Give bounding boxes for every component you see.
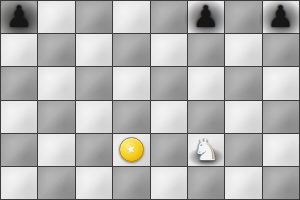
board-cell-r1c4[interactable] — [151, 34, 187, 66]
board-cell-r5c6[interactable] — [225, 167, 261, 199]
board-cell-r4c0[interactable] — [1, 134, 37, 166]
black-pawn: ♟ — [267, 2, 294, 32]
gold-coin-icon: ★ — [119, 137, 144, 162]
board-cell-r2c7[interactable] — [263, 67, 299, 99]
board-cell-r1c3[interactable] — [113, 34, 149, 66]
board-cell-r5c5[interactable] — [188, 167, 224, 199]
board-cell-r2c5[interactable] — [188, 67, 224, 99]
board-cell-r2c1[interactable] — [38, 67, 74, 99]
board-cell-r2c3[interactable] — [113, 67, 149, 99]
board-cell-r1c5[interactable] — [188, 34, 224, 66]
board-cell-r0c2[interactable] — [76, 1, 112, 33]
white-knight[interactable]: ♞ — [193, 135, 220, 165]
board-cell-r3c2[interactable] — [76, 101, 112, 133]
board-cell-r3c1[interactable] — [38, 101, 74, 133]
board-cell-r3c5[interactable] — [188, 101, 224, 133]
board-cell-r2c4[interactable] — [151, 67, 187, 99]
board-cell-r2c6[interactable] — [225, 67, 261, 99]
black-pawn: ♟ — [6, 2, 33, 32]
board-cell-r3c6[interactable] — [225, 101, 261, 133]
board-cell-r5c0[interactable] — [1, 167, 37, 199]
board-cell-r0c0[interactable]: ♟ — [1, 1, 37, 33]
board-cell-r4c6[interactable] — [225, 134, 261, 166]
board-cell-r4c1[interactable] — [38, 134, 74, 166]
black-pawn: ♟ — [193, 2, 220, 32]
board-cell-r1c6[interactable] — [225, 34, 261, 66]
board-cell-r0c5[interactable]: ♟ — [188, 1, 224, 33]
board-cell-r5c1[interactable] — [38, 167, 74, 199]
board-cell-r5c2[interactable] — [76, 167, 112, 199]
board-cell-r0c1[interactable] — [38, 1, 74, 33]
board-cell-r5c4[interactable] — [151, 167, 187, 199]
board-cell-r1c2[interactable] — [76, 34, 112, 66]
chess-board: ♟♟♟★♞ — [0, 0, 300, 200]
board-cell-r5c7[interactable] — [263, 167, 299, 199]
board-cell-r3c0[interactable] — [1, 101, 37, 133]
board-cell-r1c1[interactable] — [38, 34, 74, 66]
board-cell-r2c2[interactable] — [76, 67, 112, 99]
board-cell-r0c4[interactable] — [151, 1, 187, 33]
coin-star-icon: ★ — [124, 142, 138, 157]
board-cell-r4c3[interactable]: ★ — [113, 134, 149, 166]
board-cell-r2c0[interactable] — [1, 67, 37, 99]
board-cell-r0c6[interactable] — [225, 1, 261, 33]
board-cell-r0c7[interactable]: ♟ — [263, 1, 299, 33]
board-cell-r1c7[interactable] — [263, 34, 299, 66]
board-cell-r4c4[interactable] — [151, 134, 187, 166]
board-cell-r0c3[interactable] — [113, 1, 149, 33]
board-cell-r4c7[interactable] — [263, 134, 299, 166]
board-cell-r4c5[interactable]: ♞ — [188, 134, 224, 166]
board-cell-r5c3[interactable] — [113, 167, 149, 199]
board-cell-r3c7[interactable] — [263, 101, 299, 133]
board-cell-r3c3[interactable] — [113, 101, 149, 133]
board-cell-r1c0[interactable] — [1, 34, 37, 66]
board-cell-r4c2[interactable] — [76, 134, 112, 166]
board-cell-r3c4[interactable] — [151, 101, 187, 133]
